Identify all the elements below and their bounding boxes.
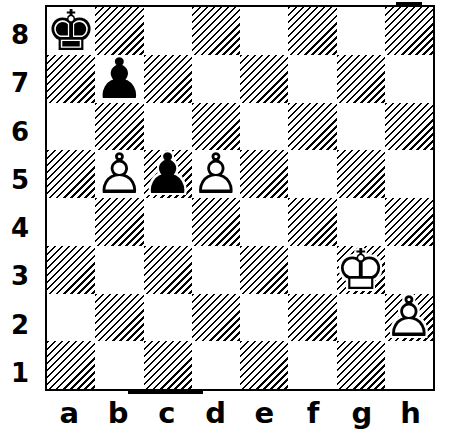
piece-white-pawn-d5: ♟♙ [192,150,240,198]
square-f7 [288,55,336,103]
file-label-b: b [94,393,143,433]
square-c8 [144,7,192,55]
square-g7 [337,55,385,103]
piece-black-pawn-c5: ♟ [144,150,192,198]
square-f8 [288,7,336,55]
rank-label-1: 1 [0,349,40,397]
file-label-g: g [338,393,387,433]
square-d2 [192,294,240,342]
square-g1 [337,341,385,389]
square-e7 [240,55,288,103]
file-labels: abcdefgh [45,393,435,433]
square-c6 [144,103,192,151]
square-d3 [192,246,240,294]
square-g3: ♚♔ [337,246,385,294]
piece-glyph: ♔ [336,242,386,298]
piece-black-king-a8: ♚ [47,7,95,55]
piece-white-king-g3: ♚♔ [337,246,385,294]
square-b1 [95,341,143,389]
square-b7: ♟ [95,55,143,103]
square-e5 [240,150,288,198]
rank-label-7: 7 [0,59,40,107]
piece-glyph: ♟ [94,51,144,107]
rank-label-4: 4 [0,204,40,252]
rank-label-5: 5 [0,156,40,204]
square-c3 [144,246,192,294]
file-label-a: a [45,393,94,433]
rank-labels: 87654321 [0,5,40,391]
square-b6 [95,103,143,151]
square-d5: ♟♙ [192,150,240,198]
square-d6 [192,103,240,151]
piece-black-pawn-b7: ♟ [95,55,143,103]
square-f5 [288,150,336,198]
square-e6 [240,103,288,151]
square-a1 [47,341,95,389]
piece-white-fill: ♟ [384,289,434,345]
square-h2: ♟♙ [385,294,433,342]
piece-white-fill: ♟ [191,146,241,202]
rank-label-3: 3 [0,252,40,300]
square-d4 [192,198,240,246]
square-b4 [95,198,143,246]
square-d8 [192,7,240,55]
square-a3 [47,246,95,294]
square-c4 [144,198,192,246]
piece-glyph: ♙ [191,146,241,202]
square-f3 [288,246,336,294]
rank-label-8: 8 [0,11,40,59]
square-c2 [144,294,192,342]
square-b5: ♟♙ [95,150,143,198]
square-f2 [288,294,336,342]
square-c7 [144,55,192,103]
square-d1 [192,341,240,389]
piece-glyph: ♚ [46,3,96,59]
board: ♚♟♟♙♟♟♙♚♔♟♙ [45,5,435,391]
square-a7 [47,55,95,103]
square-a5 [47,150,95,198]
square-h5 [385,150,433,198]
chess-diagram: 87654321 ♚♟♟♙♟♟♙♚♔♟♙ abcdefgh [0,0,475,436]
square-e3 [240,246,288,294]
square-a8: ♚ [47,7,95,55]
file-label-e: e [240,393,289,433]
square-f1 [288,341,336,389]
square-f6 [288,103,336,151]
square-g8 [337,7,385,55]
square-d7 [192,55,240,103]
piece-glyph: ♟ [143,146,193,202]
file-label-c: c [143,393,192,433]
piece-white-pawn-h2: ♟♙ [385,294,433,342]
square-c5: ♟ [144,150,192,198]
square-h8 [385,7,433,55]
square-h4 [385,198,433,246]
square-e2 [240,294,288,342]
square-b8 [95,7,143,55]
file-label-h: h [386,393,435,433]
square-g2 [337,294,385,342]
scan-artifact-top [396,2,422,5]
file-label-d: d [191,393,240,433]
piece-white-pawn-b5: ♟♙ [95,150,143,198]
square-b3 [95,246,143,294]
square-h1 [385,341,433,389]
square-e8 [240,7,288,55]
square-a4 [47,198,95,246]
file-label-f: f [289,393,338,433]
square-f4 [288,198,336,246]
square-h7 [385,55,433,103]
square-g6 [337,103,385,151]
piece-white-fill: ♚ [336,242,386,298]
square-e1 [240,341,288,389]
square-c1 [144,341,192,389]
square-a6 [47,103,95,151]
square-b2 [95,294,143,342]
piece-white-fill: ♟ [94,146,144,202]
rank-label-6: 6 [0,108,40,156]
square-h6 [385,103,433,151]
square-a2 [47,294,95,342]
rank-label-2: 2 [0,301,40,349]
square-e4 [240,198,288,246]
square-g4 [337,198,385,246]
piece-glyph: ♙ [94,146,144,202]
square-h3 [385,246,433,294]
piece-glyph: ♙ [384,289,434,345]
scan-artifact-bottom [128,391,203,394]
square-g5 [337,150,385,198]
